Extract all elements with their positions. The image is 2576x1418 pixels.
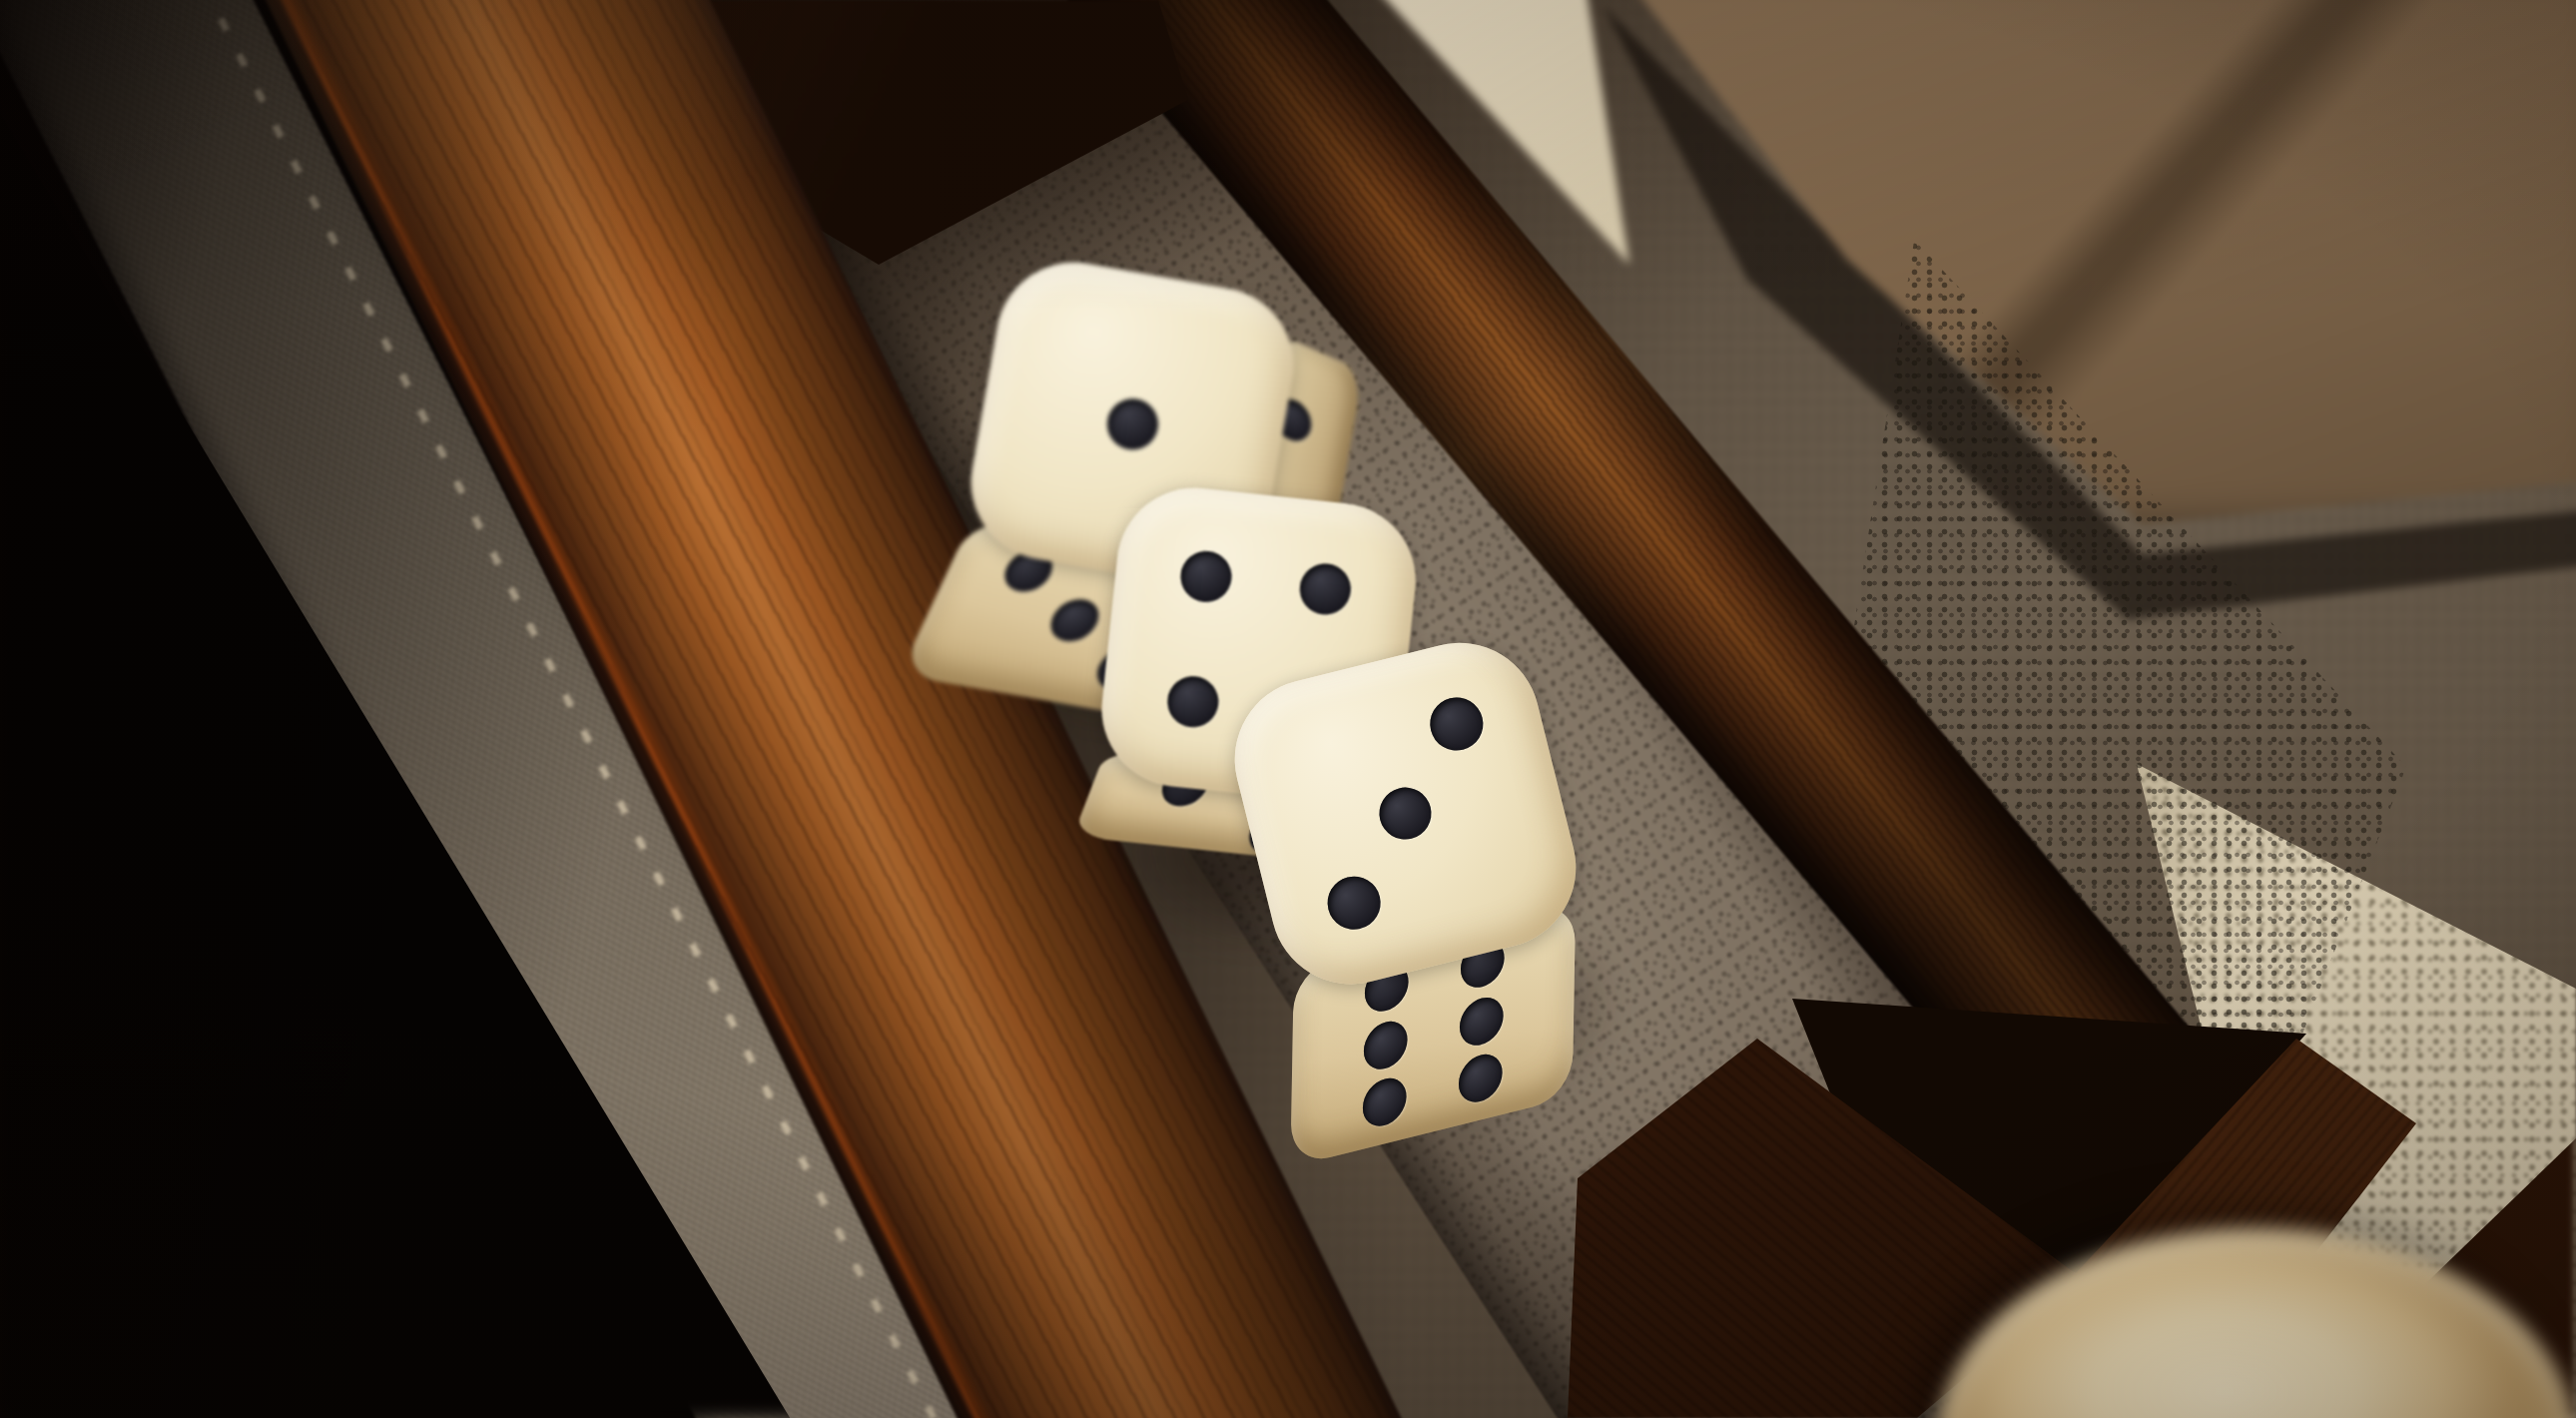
die-pip — [1103, 394, 1162, 453]
die-pip — [1425, 692, 1489, 756]
die-pip — [1363, 1017, 1407, 1073]
die-pip — [1322, 871, 1386, 935]
die-pip — [1178, 548, 1234, 604]
die-pip — [1460, 993, 1504, 1050]
die-pip — [1459, 1050, 1503, 1106]
die-pip — [1374, 782, 1438, 846]
die-pip — [1044, 596, 1106, 644]
die-pip — [1297, 560, 1353, 616]
die-pip — [1362, 1073, 1406, 1130]
backgammon-photo-scene — [0, 0, 2576, 1418]
die-pip — [1164, 673, 1220, 729]
